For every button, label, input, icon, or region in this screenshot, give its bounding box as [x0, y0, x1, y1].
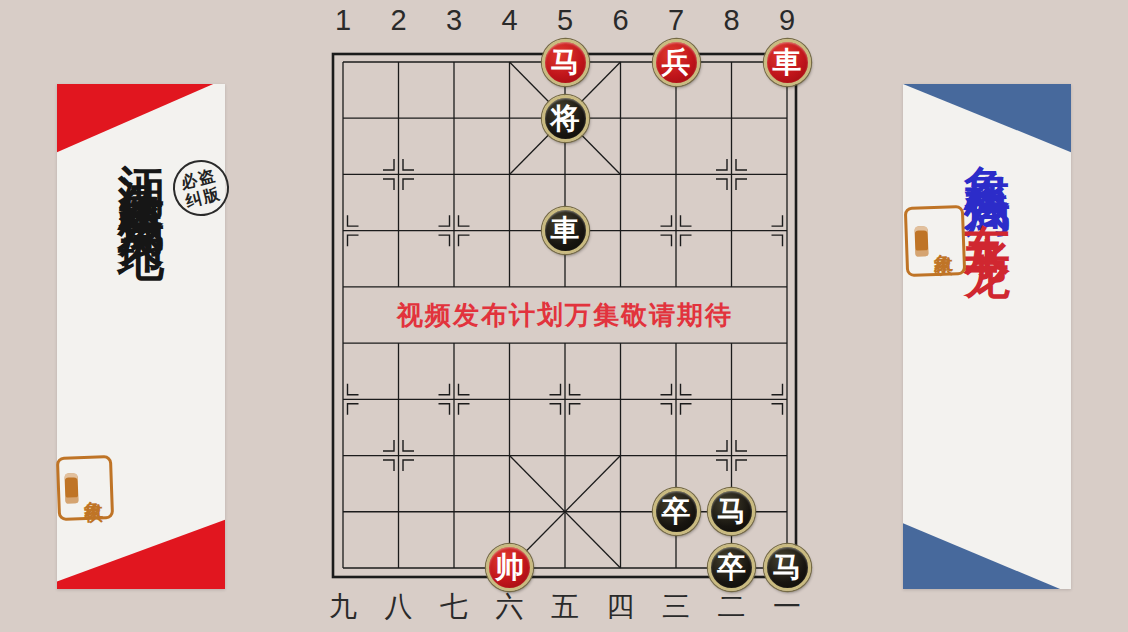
file-number-top: 8 [710, 4, 754, 37]
file-number-top: 6 [599, 4, 643, 37]
red-soldier-piece[interactable]: 兵 [653, 39, 700, 86]
file-number-bottom: 一 [765, 588, 809, 626]
stamp-text: 象棋 [929, 238, 955, 243]
stamp-text: 象棋 [79, 485, 105, 490]
anti-piracy-seal: 必盗 纠版 [167, 154, 235, 222]
red-horse-piece[interactable]: 马 [542, 39, 589, 86]
file-number-top: 7 [654, 4, 698, 37]
stamp-piece-icon [914, 226, 928, 256]
black-soldier-piece[interactable]: 卒 [708, 544, 755, 591]
file-number-top: 3 [432, 4, 476, 37]
right-banner-title: 象棋残局车水马龙 [956, 128, 1018, 226]
file-number-top: 9 [765, 4, 809, 37]
file-number-bottom: 二 [710, 588, 754, 626]
file-number-top: 1 [321, 4, 365, 37]
right-banner-title-blue: 象棋残局 [962, 128, 1013, 168]
black-chariot-piece[interactable]: 車 [542, 207, 589, 254]
file-number-bottom: 三 [654, 588, 698, 626]
stamp-piece-icon [64, 473, 78, 503]
file-number-bottom: 五 [543, 588, 587, 626]
left-banner-title: 江湖象棋残局天地 [110, 128, 172, 208]
file-number-bottom: 四 [599, 588, 643, 626]
file-number-top: 2 [377, 4, 421, 37]
file-number-bottom: 九 [321, 588, 365, 626]
right-banner: 象棋残局车水马龙 象棋 [903, 84, 1071, 589]
red-general-piece[interactable]: 帅 [486, 544, 533, 591]
red-chariot-piece[interactable]: 車 [764, 39, 811, 86]
xiangqi-stamp-right: 象棋 [904, 205, 966, 277]
file-number-top: 4 [488, 4, 532, 37]
file-number-bottom: 七 [432, 588, 476, 626]
xiangqi-stamp-left: 象棋 [56, 455, 114, 521]
left-banner: 江湖象棋残局天地 必盗 纠版 象棋 [57, 84, 225, 589]
river-banner-text: 视频发布计划万集敬请期待 [343, 298, 787, 333]
file-number-bottom: 六 [488, 588, 532, 626]
page: 江湖象棋残局天地 必盗 纠版 象棋 123456789 视频发布计划万集敬请期待… [0, 0, 1128, 632]
file-number-bottom: 八 [377, 588, 421, 626]
black-horse-piece[interactable]: 马 [708, 488, 755, 535]
black-soldier-piece[interactable]: 卒 [653, 488, 700, 535]
right-banner-title-red: 车水马龙 [962, 186, 1013, 226]
black-horse-piece[interactable]: 马 [764, 544, 811, 591]
file-number-top: 5 [543, 4, 587, 37]
black-general-piece[interactable]: 将 [542, 95, 589, 142]
